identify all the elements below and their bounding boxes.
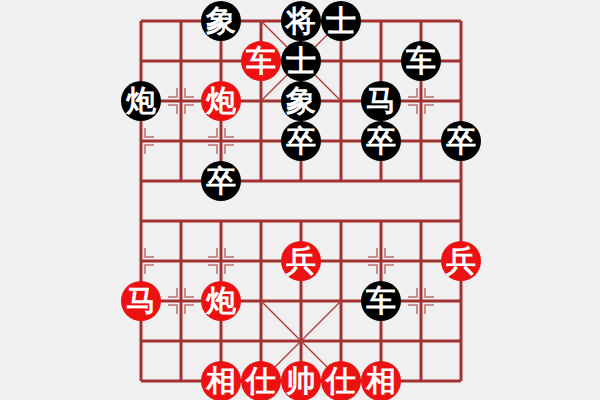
board-point-f4[interactable] (321, 201, 361, 241)
board-point-f3[interactable] (321, 241, 361, 281)
piece-red-cannon[interactable]: 炮 (201, 281, 241, 321)
board-point-d4[interactable] (241, 201, 281, 241)
board-point-g1[interactable] (361, 321, 401, 361)
board-point-b4[interactable] (161, 201, 201, 241)
piece-red-cannon[interactable]: 炮 (201, 81, 241, 121)
piece-black-soldier[interactable]: 卒 (201, 161, 241, 201)
board-point-a6[interactable] (121, 121, 161, 161)
board-point-a5[interactable] (121, 161, 161, 201)
piece-black-advisor[interactable]: 士 (281, 41, 321, 81)
piece-red-advisor[interactable]: 仕 (321, 361, 361, 400)
board-point-h4[interactable] (401, 201, 441, 241)
board-point-c8[interactable] (201, 41, 241, 81)
piece-black-soldier[interactable]: 卒 (441, 121, 481, 161)
board-point-e4[interactable] (281, 201, 321, 241)
board-point-c0[interactable]: 相 (201, 361, 241, 400)
board-point-e7[interactable]: 象 (281, 81, 321, 121)
board-point-d5[interactable] (241, 161, 281, 201)
board-point-a0[interactable] (121, 361, 161, 400)
piece-black-cannon[interactable]: 炮 (121, 81, 161, 121)
board-point-e8[interactable]: 士 (281, 41, 321, 81)
board-point-b7[interactable] (161, 81, 201, 121)
piece-black-soldier[interactable]: 卒 (361, 121, 401, 161)
board-point-g2[interactable]: 车 (361, 281, 401, 321)
board-point-b1[interactable] (161, 321, 201, 361)
piece-black-elephant[interactable]: 象 (201, 1, 241, 41)
board-point-a2[interactable]: 马 (121, 281, 161, 321)
board-point-d7[interactable] (241, 81, 281, 121)
board-point-g4[interactable] (361, 201, 401, 241)
board-point-d2[interactable] (241, 281, 281, 321)
board-point-b6[interactable] (161, 121, 201, 161)
board-point-g6[interactable]: 卒 (361, 121, 401, 161)
xiangqi-board: 象将士车士车炮炮象马卒卒卒卒兵兵马炮车相仕帅仕相 (121, 1, 481, 400)
board-point-e2[interactable] (281, 281, 321, 321)
piece-black-advisor[interactable]: 士 (321, 1, 361, 41)
board-point-g0[interactable]: 相 (361, 361, 401, 400)
piece-red-advisor[interactable]: 仕 (241, 361, 281, 400)
board-point-a9[interactable] (121, 1, 161, 41)
board-point-c5[interactable]: 卒 (201, 161, 241, 201)
board-point-i2[interactable] (441, 281, 481, 321)
board-point-e9[interactable]: 将 (281, 1, 321, 41)
board-point-b8[interactable] (161, 41, 201, 81)
board-point-e5[interactable] (281, 161, 321, 201)
board-point-d1[interactable] (241, 321, 281, 361)
board-point-c9[interactable]: 象 (201, 1, 241, 41)
board-point-b9[interactable] (161, 1, 201, 41)
board-point-i7[interactable] (441, 81, 481, 121)
board-point-h1[interactable] (401, 321, 441, 361)
board-point-c2[interactable]: 炮 (201, 281, 241, 321)
board-point-h3[interactable] (401, 241, 441, 281)
board-point-f1[interactable] (321, 321, 361, 361)
piece-red-elephant[interactable]: 相 (201, 361, 241, 400)
board-point-g3[interactable] (361, 241, 401, 281)
piece-black-chariot[interactable]: 车 (401, 41, 441, 81)
board-point-g9[interactable] (361, 1, 401, 41)
board-point-d9[interactable] (241, 1, 281, 41)
board-point-f9[interactable]: 士 (321, 1, 361, 41)
board-point-a1[interactable] (121, 321, 161, 361)
board-point-d6[interactable] (241, 121, 281, 161)
board-point-i4[interactable] (441, 201, 481, 241)
board-point-h6[interactable] (401, 121, 441, 161)
board-point-e6[interactable]: 卒 (281, 121, 321, 161)
board-point-e1[interactable] (281, 321, 321, 361)
board-point-c4[interactable] (201, 201, 241, 241)
board-point-b0[interactable] (161, 361, 201, 400)
board-point-a7[interactable]: 炮 (121, 81, 161, 121)
piece-red-chariot[interactable]: 车 (241, 41, 281, 81)
board-point-h2[interactable] (401, 281, 441, 321)
board-point-b2[interactable] (161, 281, 201, 321)
board-point-h5[interactable] (401, 161, 441, 201)
board-point-d0[interactable]: 仕 (241, 361, 281, 400)
board-point-g5[interactable] (361, 161, 401, 201)
board-point-f8[interactable] (321, 41, 361, 81)
xiangqi-app: 象将士车士车炮炮象马卒卒卒卒兵兵马炮车相仕帅仕相 (0, 0, 600, 400)
board-point-h0[interactable] (401, 361, 441, 400)
board-point-b5[interactable] (161, 161, 201, 201)
piece-black-general[interactable]: 将 (281, 1, 321, 41)
board-point-e0[interactable]: 帅 (281, 361, 321, 400)
board-point-c7[interactable]: 炮 (201, 81, 241, 121)
board-point-c3[interactable] (201, 241, 241, 281)
piece-red-horse[interactable]: 马 (121, 281, 161, 321)
board-point-h7[interactable] (401, 81, 441, 121)
board-point-i9[interactable] (441, 1, 481, 41)
board-point-d8[interactable]: 车 (241, 41, 281, 81)
piece-black-horse[interactable]: 马 (361, 81, 401, 121)
board-point-f6[interactable] (321, 121, 361, 161)
board-point-g7[interactable]: 马 (361, 81, 401, 121)
piece-red-soldier[interactable]: 兵 (281, 241, 321, 281)
piece-black-chariot[interactable]: 车 (361, 281, 401, 321)
board-point-b3[interactable] (161, 241, 201, 281)
piece-black-soldier[interactable]: 卒 (281, 121, 321, 161)
board-point-h9[interactable] (401, 1, 441, 41)
piece-red-general[interactable]: 帅 (281, 361, 321, 400)
board-point-i6[interactable]: 卒 (441, 121, 481, 161)
board-point-d3[interactable] (241, 241, 281, 281)
board-point-g8[interactable] (361, 41, 401, 81)
board-point-f0[interactable]: 仕 (321, 361, 361, 400)
board-point-i1[interactable] (441, 321, 481, 361)
board-point-a8[interactable] (121, 41, 161, 81)
board-point-f5[interactable] (321, 161, 361, 201)
board-point-c6[interactable] (201, 121, 241, 161)
board-point-i0[interactable] (441, 361, 481, 400)
board-point-h8[interactable]: 车 (401, 41, 441, 81)
piece-red-elephant[interactable]: 相 (361, 361, 401, 400)
piece-black-elephant[interactable]: 象 (281, 81, 321, 121)
piece-red-soldier[interactable]: 兵 (441, 241, 481, 281)
board-point-f7[interactable] (321, 81, 361, 121)
board-point-i8[interactable] (441, 41, 481, 81)
board-point-i5[interactable] (441, 161, 481, 201)
board-point-i3[interactable]: 兵 (441, 241, 481, 281)
board-point-a3[interactable] (121, 241, 161, 281)
board-point-c1[interactable] (201, 321, 241, 361)
board-point-f2[interactable] (321, 281, 361, 321)
board-point-e3[interactable]: 兵 (281, 241, 321, 281)
board-point-a4[interactable] (121, 201, 161, 241)
